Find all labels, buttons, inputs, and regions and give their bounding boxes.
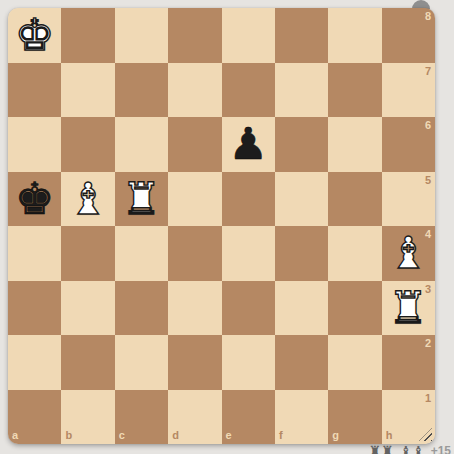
file-label-f: f — [279, 430, 283, 441]
square-b6[interactable] — [61, 117, 114, 172]
square-d1[interactable]: d — [168, 390, 221, 445]
board-resize-handle[interactable] — [419, 428, 432, 441]
square-b8[interactable] — [61, 8, 114, 63]
square-d8[interactable] — [168, 8, 221, 63]
square-h5[interactable]: 5 — [382, 172, 435, 227]
square-g8[interactable] — [328, 8, 381, 63]
file-label-g: g — [332, 430, 339, 441]
file-label-d: d — [172, 430, 179, 441]
rank-label-5: 5 — [425, 175, 431, 186]
square-d4[interactable] — [168, 226, 221, 281]
square-f1[interactable]: f — [275, 390, 328, 445]
file-label-e: e — [226, 430, 232, 441]
square-f2[interactable] — [275, 335, 328, 390]
piece-white-king-a8[interactable]: ♚ — [8, 8, 61, 63]
square-c8[interactable] — [115, 8, 168, 63]
chess-board[interactable]: ♚87♟6♚♝♜54♝3♜2abcdefgh1 — [8, 8, 435, 444]
square-g6[interactable] — [328, 117, 381, 172]
square-g1[interactable]: g — [328, 390, 381, 445]
file-label-c: c — [119, 430, 125, 441]
square-a1[interactable]: a — [8, 390, 61, 445]
captured-rook-icon: ♜ — [368, 444, 381, 454]
captured-rook-icon: ♜ — [381, 444, 394, 454]
piece-white-bishop-h4[interactable]: ♝ — [382, 226, 435, 281]
square-f8[interactable] — [275, 8, 328, 63]
piece-white-rook-h3[interactable]: ♜ — [382, 281, 435, 336]
square-h4[interactable]: 4♝ — [382, 226, 435, 281]
square-a6[interactable] — [8, 117, 61, 172]
square-a2[interactable] — [8, 335, 61, 390]
square-e7[interactable] — [222, 63, 275, 118]
piece-black-pawn-e6[interactable]: ♟ — [222, 117, 275, 172]
square-g4[interactable] — [328, 226, 381, 281]
square-c4[interactable] — [115, 226, 168, 281]
square-e4[interactable] — [222, 226, 275, 281]
rank-label-7: 7 — [425, 66, 431, 77]
square-a3[interactable] — [8, 281, 61, 336]
square-b3[interactable] — [61, 281, 114, 336]
square-a7[interactable] — [8, 63, 61, 118]
square-e1[interactable]: e — [222, 390, 275, 445]
square-d7[interactable] — [168, 63, 221, 118]
square-f4[interactable] — [275, 226, 328, 281]
file-label-h: h — [386, 430, 393, 441]
square-b1[interactable]: b — [61, 390, 114, 445]
square-h1[interactable]: h1 — [382, 390, 435, 445]
square-h2[interactable]: 2 — [382, 335, 435, 390]
captured-bishop-icon: ♝ — [412, 444, 425, 454]
square-c7[interactable] — [115, 63, 168, 118]
rank-label-1: 1 — [425, 393, 431, 404]
square-a5[interactable]: ♚ — [8, 172, 61, 227]
square-g7[interactable] — [328, 63, 381, 118]
piece-white-bishop-b5[interactable]: ♝ — [61, 172, 114, 227]
square-c1[interactable]: c — [115, 390, 168, 445]
square-a8[interactable]: ♚ — [8, 8, 61, 63]
rank-label-6: 6 — [425, 120, 431, 131]
square-h7[interactable]: 7 — [382, 63, 435, 118]
square-f6[interactable] — [275, 117, 328, 172]
square-d3[interactable] — [168, 281, 221, 336]
square-a4[interactable] — [8, 226, 61, 281]
square-c3[interactable] — [115, 281, 168, 336]
captured-bishops-group: ♝♝ — [400, 444, 425, 454]
square-g2[interactable] — [328, 335, 381, 390]
square-c5[interactable]: ♜ — [115, 172, 168, 227]
square-h6[interactable]: 6 — [382, 117, 435, 172]
square-g5[interactable] — [328, 172, 381, 227]
rank-label-2: 2 — [425, 338, 431, 349]
file-label-b: b — [65, 430, 72, 441]
rank-label-8: 8 — [425, 11, 431, 22]
square-d2[interactable] — [168, 335, 221, 390]
square-d6[interactable] — [168, 117, 221, 172]
square-g3[interactable] — [328, 281, 381, 336]
square-e6[interactable]: ♟ — [222, 117, 275, 172]
captured-bishop-icon: ♝ — [400, 444, 413, 454]
square-e2[interactable] — [222, 335, 275, 390]
square-h3[interactable]: 3♜ — [382, 281, 435, 336]
square-f5[interactable] — [275, 172, 328, 227]
square-b2[interactable] — [61, 335, 114, 390]
captured-rooks-group: ♜♜ — [368, 444, 393, 454]
square-f7[interactable] — [275, 63, 328, 118]
square-b7[interactable] — [61, 63, 114, 118]
material-advantage-value: +15 — [431, 445, 451, 454]
square-e8[interactable] — [222, 8, 275, 63]
square-d5[interactable] — [168, 172, 221, 227]
square-c6[interactable] — [115, 117, 168, 172]
square-b4[interactable] — [61, 226, 114, 281]
piece-black-king-a5[interactable]: ♚ — [8, 172, 61, 227]
square-h8[interactable]: 8 — [382, 8, 435, 63]
material-advantage-bar: ♜♜ ♝♝ +15 — [368, 444, 451, 454]
square-e5[interactable] — [222, 172, 275, 227]
piece-white-rook-c5[interactable]: ♜ — [115, 172, 168, 227]
square-b5[interactable]: ♝ — [61, 172, 114, 227]
square-e3[interactable] — [222, 281, 275, 336]
file-label-a: a — [12, 430, 18, 441]
square-f3[interactable] — [275, 281, 328, 336]
square-c2[interactable] — [115, 335, 168, 390]
